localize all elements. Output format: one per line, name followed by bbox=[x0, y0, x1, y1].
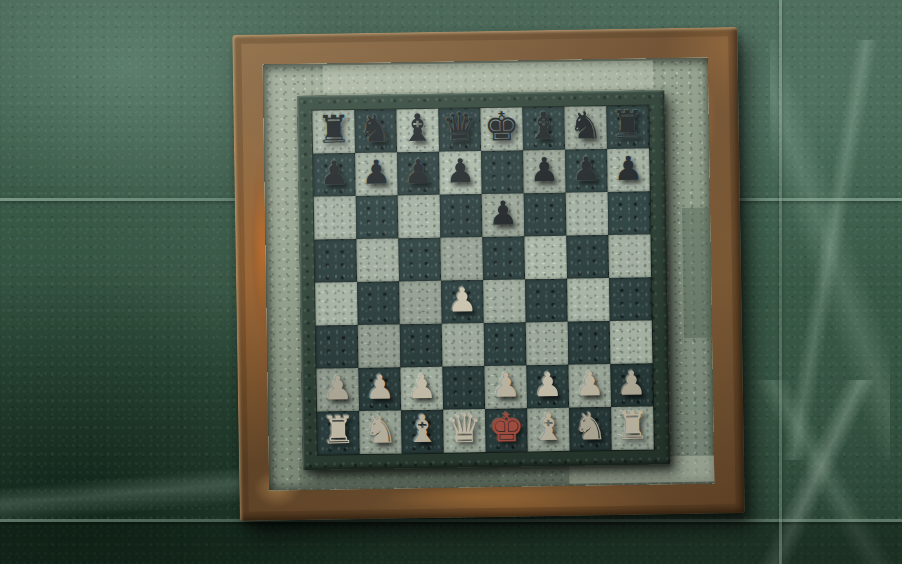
square-h7[interactable]: ♟ bbox=[607, 148, 650, 192]
square-e3[interactable] bbox=[484, 322, 527, 366]
square-g2[interactable]: ♟ bbox=[568, 364, 611, 408]
square-a6[interactable] bbox=[314, 196, 357, 240]
square-d6[interactable] bbox=[440, 194, 483, 238]
square-f7[interactable]: ♟ bbox=[523, 150, 566, 194]
piece-white-pawn-d4[interactable]: ♟ bbox=[447, 283, 477, 316]
piece-white-pawn-h2[interactable]: ♟ bbox=[617, 366, 647, 399]
square-d5[interactable] bbox=[440, 237, 483, 281]
piece-black-king-e8[interactable]: ♚ bbox=[483, 106, 519, 147]
piece-white-pawn-g2[interactable]: ♟ bbox=[575, 367, 605, 400]
square-b5[interactable] bbox=[356, 238, 399, 282]
piece-white-queen-d1[interactable]: ♛ bbox=[446, 407, 482, 448]
piece-black-pawn-h7[interactable]: ♟ bbox=[613, 151, 643, 184]
square-b1[interactable]: ♞ bbox=[359, 410, 402, 454]
square-c3[interactable] bbox=[400, 324, 443, 368]
piece-white-bishop-f1[interactable]: ♝ bbox=[531, 407, 566, 446]
square-d4[interactable]: ♟ bbox=[441, 280, 484, 324]
chess-set-frame: ♜♞♝♛♚♝♞♜♟♟♟♟♟♟♟♟♟♟♟♟♟♟♟♟♜♞♝♛♚♝♞♜ bbox=[232, 27, 745, 521]
piece-white-pawn-a2[interactable]: ♟ bbox=[323, 371, 353, 404]
square-c8[interactable]: ♝ bbox=[396, 109, 439, 153]
square-c6[interactable] bbox=[398, 195, 441, 239]
square-b4[interactable] bbox=[357, 281, 400, 325]
square-c4[interactable] bbox=[399, 281, 442, 325]
piece-black-pawn-f7[interactable]: ♟ bbox=[529, 152, 559, 185]
square-c7[interactable]: ♟ bbox=[397, 152, 440, 196]
square-e1[interactable]: ♚ bbox=[485, 408, 528, 452]
piece-black-pawn-g7[interactable]: ♟ bbox=[571, 152, 601, 185]
square-a4[interactable] bbox=[315, 282, 358, 326]
square-h6[interactable] bbox=[608, 191, 651, 235]
piece-white-pawn-e2[interactable]: ♟ bbox=[491, 368, 521, 401]
square-g8[interactable]: ♞ bbox=[564, 106, 607, 150]
piece-black-pawn-e6[interactable]: ♟ bbox=[488, 196, 518, 229]
piece-white-rook-a1[interactable]: ♜ bbox=[321, 411, 356, 450]
piece-black-knight-g8[interactable]: ♞ bbox=[568, 106, 603, 145]
wall-tile-bottom bbox=[0, 522, 902, 564]
wall-tile-seam-vertical bbox=[779, 0, 782, 564]
square-h3[interactable] bbox=[610, 320, 653, 364]
piece-black-bishop-c8[interactable]: ♝ bbox=[400, 108, 435, 147]
square-a5[interactable] bbox=[314, 239, 357, 283]
square-e6[interactable]: ♟ bbox=[482, 193, 525, 237]
piece-black-rook-a8[interactable]: ♜ bbox=[316, 110, 351, 149]
square-g6[interactable] bbox=[566, 192, 609, 236]
square-e5[interactable] bbox=[482, 236, 525, 280]
stone-chess-set-photo: ♜♞♝♛♚♝♞♜♟♟♟♟♟♟♟♟♟♟♟♟♟♟♟♟♜♞♝♛♚♝♞♜ bbox=[0, 0, 902, 564]
margin-tile bbox=[323, 60, 653, 93]
piece-white-bishop-c1[interactable]: ♝ bbox=[405, 409, 440, 448]
square-a7[interactable]: ♟ bbox=[313, 153, 356, 197]
piece-white-king-e1-red-stone[interactable]: ♚ bbox=[488, 407, 524, 448]
square-c1[interactable]: ♝ bbox=[401, 410, 444, 454]
square-b7[interactable]: ♟ bbox=[355, 152, 398, 196]
square-e4[interactable] bbox=[483, 279, 526, 323]
square-f5[interactable] bbox=[524, 236, 567, 280]
piece-white-knight-b1[interactable]: ♞ bbox=[363, 410, 398, 449]
square-h8[interactable]: ♜ bbox=[606, 105, 649, 149]
square-a1[interactable]: ♜ bbox=[317, 411, 360, 455]
square-d7[interactable]: ♟ bbox=[439, 151, 482, 195]
margin-tile bbox=[682, 208, 712, 338]
square-a2[interactable]: ♟ bbox=[316, 368, 359, 412]
square-c2[interactable]: ♟ bbox=[400, 367, 443, 411]
piece-white-knight-g1[interactable]: ♞ bbox=[573, 407, 608, 446]
square-b8[interactable]: ♞ bbox=[354, 109, 397, 153]
square-h1[interactable]: ♜ bbox=[611, 406, 654, 450]
piece-black-pawn-b7[interactable]: ♟ bbox=[361, 155, 391, 188]
piece-white-pawn-b2[interactable]: ♟ bbox=[365, 370, 395, 403]
square-f8[interactable]: ♝ bbox=[522, 107, 565, 151]
piece-black-pawn-d7[interactable]: ♟ bbox=[445, 154, 475, 187]
square-f4[interactable] bbox=[525, 279, 568, 323]
square-g5[interactable] bbox=[566, 235, 609, 279]
square-c5[interactable] bbox=[398, 238, 441, 282]
board-border: ♜♞♝♛♚♝♞♜♟♟♟♟♟♟♟♟♟♟♟♟♟♟♟♟♜♞♝♛♚♝♞♜ bbox=[297, 90, 670, 470]
piece-black-bishop-f8[interactable]: ♝ bbox=[526, 106, 561, 145]
square-h4[interactable] bbox=[609, 277, 652, 321]
square-g4[interactable] bbox=[567, 278, 610, 322]
square-g7[interactable]: ♟ bbox=[565, 149, 608, 193]
square-e8[interactable]: ♚ bbox=[480, 107, 523, 151]
square-e2[interactable]: ♟ bbox=[484, 365, 527, 409]
square-a8[interactable]: ♜ bbox=[312, 110, 355, 154]
square-b2[interactable]: ♟ bbox=[358, 367, 401, 411]
square-d8[interactable]: ♛ bbox=[438, 108, 481, 152]
square-g3[interactable] bbox=[568, 321, 611, 365]
square-b6[interactable] bbox=[356, 195, 399, 239]
square-e7[interactable] bbox=[481, 150, 524, 194]
chess-board: ♜♞♝♛♚♝♞♜♟♟♟♟♟♟♟♟♟♟♟♟♟♟♟♟♜♞♝♛♚♝♞♜ bbox=[312, 105, 653, 454]
square-h5[interactable] bbox=[608, 234, 651, 278]
piece-white-pawn-c2[interactable]: ♟ bbox=[407, 369, 437, 402]
wall-tile-seam-horizontal-lower bbox=[0, 519, 902, 522]
square-d2[interactable] bbox=[442, 366, 485, 410]
square-f1[interactable]: ♝ bbox=[527, 408, 570, 452]
square-a3[interactable] bbox=[316, 325, 359, 369]
square-f6[interactable] bbox=[524, 193, 567, 237]
piece-black-queen-d8[interactable]: ♛ bbox=[441, 106, 477, 147]
square-g1[interactable]: ♞ bbox=[569, 407, 612, 451]
piece-black-pawn-a7[interactable]: ♟ bbox=[319, 156, 349, 189]
square-f3[interactable] bbox=[526, 322, 569, 366]
square-d1[interactable]: ♛ bbox=[443, 409, 486, 453]
square-b3[interactable] bbox=[358, 324, 401, 368]
piece-black-rook-h8[interactable]: ♜ bbox=[610, 105, 645, 144]
square-f2[interactable]: ♟ bbox=[526, 365, 569, 409]
square-h2[interactable]: ♟ bbox=[610, 363, 653, 407]
piece-black-knight-b8[interactable]: ♞ bbox=[358, 109, 393, 148]
piece-white-pawn-f2[interactable]: ♟ bbox=[533, 367, 563, 400]
piece-white-rook-h1[interactable]: ♜ bbox=[615, 406, 650, 445]
square-d3[interactable] bbox=[442, 323, 485, 367]
piece-black-pawn-c7[interactable]: ♟ bbox=[403, 154, 433, 187]
